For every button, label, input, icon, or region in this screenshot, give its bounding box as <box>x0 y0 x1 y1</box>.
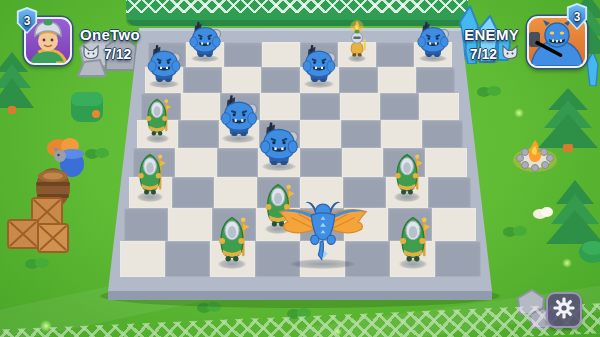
board-cell[interactable] <box>172 177 215 208</box>
board-cell[interactable] <box>181 93 221 120</box>
piece-blue-troll[interactable] <box>145 42 184 83</box>
board-cell[interactable] <box>300 93 340 120</box>
cat-icon <box>82 45 100 63</box>
board-cell[interactable] <box>261 67 300 93</box>
piece-blue-troll[interactable] <box>414 18 451 57</box>
enemy-level: 3 <box>574 11 581 23</box>
board-cell[interactable] <box>376 42 414 67</box>
board-cell[interactable] <box>381 120 422 148</box>
piece-green-elf[interactable] <box>143 97 172 136</box>
piece-green-knight[interactable] <box>344 20 369 57</box>
game-screen: 3 OneTwo 7/12 3 ENEMY 7/12 <box>0 0 600 337</box>
board-cell[interactable] <box>262 42 300 67</box>
player-unit-count: 7/12 <box>82 45 131 63</box>
board-cell[interactable] <box>260 93 300 120</box>
enemy-units-text: 7/12 <box>470 46 497 62</box>
player-name: OneTwo <box>80 26 140 43</box>
board-cell[interactable] <box>222 67 261 93</box>
settings-button[interactable] <box>546 292 582 328</box>
cat-icon <box>501 45 519 63</box>
board-cell[interactable] <box>175 148 217 177</box>
player-level: 3 <box>24 15 31 27</box>
board-cell[interactable] <box>120 241 165 277</box>
board-cell[interactable] <box>428 177 471 208</box>
board-cell[interactable] <box>416 67 455 93</box>
piece-blue-dragon[interactable] <box>277 199 368 262</box>
piece-blue-troll[interactable] <box>257 118 302 165</box>
gear-icon <box>553 297 575 323</box>
board-cell[interactable] <box>435 241 480 277</box>
piece-green-elf[interactable] <box>395 215 430 262</box>
board-cell[interactable] <box>380 93 420 120</box>
piece-green-elf[interactable] <box>215 215 250 262</box>
board-cell[interactable] <box>425 148 467 177</box>
piece-green-elf[interactable] <box>391 152 423 195</box>
piece-blue-troll[interactable] <box>218 92 261 137</box>
board-cell[interactable] <box>378 67 417 93</box>
board-cell[interactable] <box>341 120 382 148</box>
board-cell[interactable] <box>178 120 219 148</box>
board-cell[interactable] <box>224 42 262 67</box>
board-cell[interactable] <box>342 148 384 177</box>
piece-blue-troll[interactable] <box>300 42 339 83</box>
board-cell[interactable] <box>432 208 476 241</box>
board-cell[interactable] <box>217 148 259 177</box>
player-units-text: 7/12 <box>104 46 131 62</box>
board-cell[interactable] <box>419 93 459 120</box>
board-cell[interactable] <box>214 177 257 208</box>
board-cell[interactable] <box>183 67 222 93</box>
piece-blue-troll[interactable] <box>187 18 224 57</box>
board-cell[interactable] <box>422 120 463 148</box>
board-cell[interactable] <box>339 67 378 93</box>
board-cell[interactable] <box>340 93 380 120</box>
board-cell[interactable] <box>124 208 168 241</box>
board-cell[interactable] <box>165 241 210 277</box>
board-cell[interactable] <box>300 120 341 148</box>
board-cell[interactable] <box>168 208 212 241</box>
piece-green-elf[interactable] <box>134 152 166 195</box>
board-cell[interactable] <box>300 148 342 177</box>
